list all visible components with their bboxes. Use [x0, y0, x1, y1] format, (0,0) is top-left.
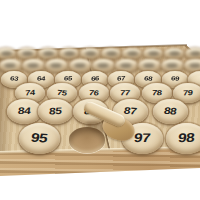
raised-disc[interactable] [0, 0, 200, 200]
board-photo: 6364656667686974757677787984858687889597… [0, 0, 200, 200]
